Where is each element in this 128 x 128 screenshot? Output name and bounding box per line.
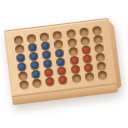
connect-four-board [4,18,118,105]
red-disc [84,64,92,72]
cell-r6c2 [32,79,42,89]
red-disc [82,46,90,54]
red-disc [58,68,66,76]
blue-disc [17,54,25,62]
product-photo [0,0,128,128]
blue-disc [57,59,65,67]
blue-disc [43,51,51,59]
board-top-surface [4,18,117,96]
red-disc [45,69,53,77]
blue-disc [32,71,40,79]
red-disc [70,57,78,65]
red-disc [46,78,54,86]
cell-r6c3 [45,77,55,87]
blue-disc [42,42,50,50]
blue-disc [56,50,64,58]
cell-r6c7 [97,71,107,81]
blue-disc [18,63,26,71]
cell-r6c6 [84,72,94,82]
hole-grid [12,26,110,91]
cell-r6c4 [58,75,68,85]
red-disc [59,76,67,84]
cell-r6c1 [19,80,29,90]
cell-r6c5 [71,74,81,84]
blue-disc [31,62,39,70]
red-disc [71,66,79,74]
red-disc [83,55,91,63]
blue-disc [30,53,38,61]
blue-disc [29,44,37,52]
blue-disc [44,60,52,68]
